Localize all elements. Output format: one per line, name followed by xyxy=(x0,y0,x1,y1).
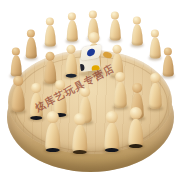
peg-middle-14[interactable] xyxy=(28,83,43,119)
peg-colored-base xyxy=(73,150,87,154)
peg-head xyxy=(150,73,160,83)
peg-head xyxy=(27,30,35,38)
peg-body xyxy=(73,125,88,153)
peg-head xyxy=(164,48,172,56)
peg-second-10[interactable] xyxy=(64,45,78,77)
peg-front-20[interactable] xyxy=(45,111,62,151)
peg-colored-base xyxy=(65,74,76,78)
peg-head xyxy=(46,18,54,26)
peg-outer-back-7[interactable] xyxy=(149,30,161,59)
peg-body xyxy=(45,26,56,46)
color-die[interactable] xyxy=(79,46,105,75)
peg-head xyxy=(12,48,20,56)
peg-body xyxy=(132,25,143,45)
peg-body xyxy=(11,86,24,112)
peg-head xyxy=(55,80,65,90)
peg-head xyxy=(133,17,141,25)
peg-body xyxy=(113,82,126,108)
peg-middle-19[interactable] xyxy=(147,73,162,109)
die-blue-dot xyxy=(86,48,95,57)
peg-outer-back-2[interactable] xyxy=(44,18,56,47)
peg-head xyxy=(151,30,159,38)
peg-outer-back-8[interactable] xyxy=(162,48,174,77)
peg-body xyxy=(46,123,61,151)
peg-head xyxy=(111,12,119,20)
peg-head xyxy=(68,13,76,21)
peg-body xyxy=(11,56,22,76)
peg-head xyxy=(106,111,118,123)
peg-head xyxy=(89,32,100,43)
peg-head xyxy=(112,45,121,54)
peg-body xyxy=(105,123,120,151)
peg-outer-back-1[interactable] xyxy=(25,30,37,59)
peg-head xyxy=(31,83,41,93)
peg-outer-back-5[interactable] xyxy=(109,12,121,41)
peg-body xyxy=(163,56,174,76)
peg-colored-base xyxy=(105,148,119,152)
peg-middle-13[interactable] xyxy=(10,76,25,112)
peg-body xyxy=(67,21,78,41)
peg-head xyxy=(89,11,97,19)
product-photo-memory-chess: 炫库艺玩具专营店 xyxy=(0,0,180,180)
peg-body xyxy=(148,83,161,109)
peg-head xyxy=(115,72,125,82)
peg-front-23[interactable] xyxy=(128,107,145,147)
peg-body xyxy=(110,20,121,40)
peg-head xyxy=(45,52,54,61)
peg-head xyxy=(80,87,90,97)
peg-front-22[interactable] xyxy=(104,111,121,151)
peg-head xyxy=(132,83,142,93)
peg-outer-back-3[interactable] xyxy=(66,13,78,42)
peg-middle-17[interactable] xyxy=(112,72,127,108)
peg-head xyxy=(130,107,142,119)
peg-front-21[interactable] xyxy=(72,113,89,153)
peg-colored-base xyxy=(129,144,143,148)
peg-body xyxy=(26,38,37,58)
peg-body xyxy=(129,119,144,147)
peg-head xyxy=(47,111,59,123)
peg-outer-back-6[interactable] xyxy=(131,17,143,46)
die-black-dot xyxy=(79,64,85,72)
peg-head xyxy=(13,76,23,86)
peg-head xyxy=(74,113,86,125)
peg-outer-back-0[interactable] xyxy=(10,48,22,77)
peg-body xyxy=(150,38,161,58)
peg-colored-base xyxy=(46,148,60,152)
peg-head xyxy=(66,45,75,54)
